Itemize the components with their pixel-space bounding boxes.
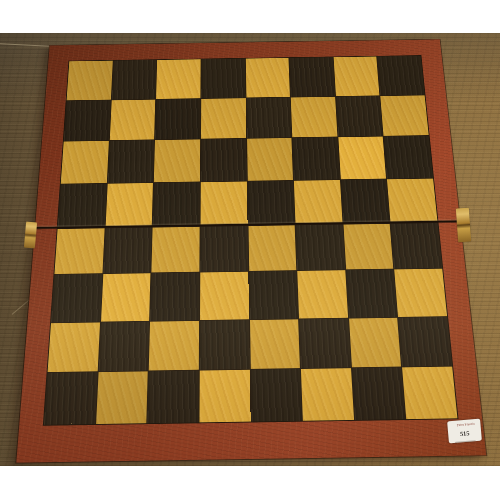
board-square: [153, 182, 200, 226]
auction-photo: Peter Francis 515: [0, 33, 500, 466]
hinge-right-icon: [456, 208, 471, 243]
board-square: [48, 322, 100, 372]
board-square: [384, 136, 433, 178]
board-square: [154, 140, 200, 183]
board-square: [289, 57, 334, 96]
board-square: [200, 272, 249, 320]
board-square: [395, 269, 447, 317]
board-square: [64, 100, 111, 141]
auction-lot-label: Peter Francis 515: [447, 419, 482, 444]
board-square: [67, 61, 113, 100]
board-square: [333, 56, 379, 95]
board-square: [336, 96, 383, 137]
board-square: [391, 223, 442, 269]
board-square: [249, 271, 298, 319]
board-frame: [16, 39, 486, 462]
board-square: [200, 226, 248, 272]
board-square: [201, 139, 247, 182]
board-square: [402, 367, 457, 419]
chess-board: [8, 33, 486, 463]
board-square: [200, 181, 247, 225]
board-square: [150, 273, 199, 321]
board-square: [352, 368, 406, 420]
board-square: [103, 227, 152, 273]
board-square: [98, 321, 149, 371]
board-square: [299, 318, 351, 368]
board-square: [250, 369, 302, 421]
board-square: [248, 225, 296, 271]
board-square: [245, 58, 290, 97]
board-square: [200, 320, 250, 370]
label-lot-number: 515: [452, 430, 478, 438]
board-square: [398, 317, 452, 367]
board-square: [148, 371, 199, 423]
board-square: [246, 97, 291, 138]
hinge-left-icon: [24, 222, 37, 249]
board-square: [201, 59, 245, 98]
board-grid: [43, 55, 459, 426]
board-square: [44, 372, 97, 424]
board-square: [105, 183, 153, 227]
board-square: [291, 97, 337, 138]
board-square: [343, 223, 393, 269]
board-square: [54, 228, 104, 274]
board-square: [199, 370, 250, 422]
board-square: [296, 224, 345, 270]
board-square: [156, 59, 200, 98]
board-square: [294, 180, 342, 224]
board-square: [101, 273, 151, 321]
board-square: [292, 137, 339, 180]
board-square: [377, 56, 424, 95]
label-vendor-text: Peter Francis: [457, 422, 471, 427]
photo-frame: Peter Francis 515: [0, 0, 500, 500]
board-square: [152, 226, 200, 272]
board-square: [149, 321, 199, 371]
board-square: [297, 270, 347, 318]
board-square: [247, 181, 294, 225]
board-square: [301, 368, 354, 420]
board-square: [96, 372, 148, 424]
board-square: [338, 137, 386, 179]
board-square: [201, 98, 246, 139]
board-square: [349, 318, 402, 368]
board-square: [51, 274, 102, 322]
board-square: [107, 140, 154, 183]
board-square: [247, 138, 293, 181]
board-square: [58, 184, 107, 228]
board-square: [109, 99, 155, 140]
board-square: [341, 179, 390, 223]
board-square: [381, 95, 429, 136]
board-square: [155, 99, 200, 140]
board-square: [250, 319, 301, 369]
board-square: [387, 178, 437, 222]
board-square: [346, 270, 397, 318]
board-square: [111, 60, 156, 99]
board-square: [61, 141, 109, 184]
